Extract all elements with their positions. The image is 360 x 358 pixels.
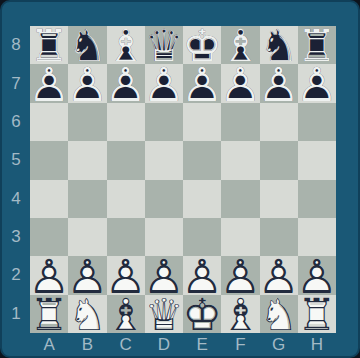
rank-label: 3 <box>2 218 30 256</box>
square-h4[interactable] <box>298 180 336 218</box>
piece-black-pawn[interactable]: ♟♙ <box>298 64 336 102</box>
square-c5[interactable] <box>107 141 145 179</box>
piece-glyph-line: ♙ <box>221 65 259 103</box>
piece-glyph-line: ♔ <box>183 296 221 334</box>
square-e4[interactable] <box>183 180 221 218</box>
square-a6[interactable] <box>30 103 68 141</box>
chess-board[interactable]: ♜♖♞♘♝♗♛♕♚♔♝♗♞♘♜♖♟♙♟♙♟♙♟♙♟♙♟♙♟♙♟♙♟♙♟♙♟♙♟♙… <box>30 26 336 333</box>
piece-glyph-line: ♘ <box>68 296 106 334</box>
piece-black-pawn[interactable]: ♟♙ <box>30 64 68 102</box>
square-g7[interactable]: ♟♙ <box>260 64 298 102</box>
square-f1[interactable]: ♝♗ <box>221 295 259 333</box>
square-a7[interactable]: ♟♙ <box>30 64 68 102</box>
chess-board-frame: 87654321 ABCDEFGH ♜♖♞♘♝♗♛♕♚♔♝♗♞♘♜♖♟♙♟♙♟♙… <box>0 0 360 358</box>
piece-white-bishop[interactable]: ♝♗ <box>107 295 145 333</box>
piece-white-bishop[interactable]: ♝♗ <box>221 295 259 333</box>
piece-black-pawn[interactable]: ♟♙ <box>260 64 298 102</box>
piece-white-king[interactable]: ♚♔ <box>183 295 221 333</box>
piece-glyph-line: ♙ <box>107 65 145 103</box>
piece-glyph-line: ♙ <box>68 65 106 103</box>
square-a5[interactable] <box>30 141 68 179</box>
piece-white-rook[interactable]: ♜♖ <box>298 295 336 333</box>
piece-black-pawn[interactable]: ♟♙ <box>145 64 183 102</box>
rank-label: 4 <box>2 180 30 218</box>
square-h5[interactable] <box>298 141 336 179</box>
square-d4[interactable] <box>145 180 183 218</box>
rank-label: 2 <box>2 256 30 294</box>
square-b4[interactable] <box>68 180 106 218</box>
square-d1[interactable]: ♛♕ <box>145 295 183 333</box>
square-h1[interactable]: ♜♖ <box>298 295 336 333</box>
rank-label: 1 <box>2 295 30 333</box>
rank-label: 8 <box>2 26 30 64</box>
rank-label: 7 <box>2 64 30 102</box>
piece-white-knight[interactable]: ♞♘ <box>260 295 298 333</box>
piece-white-rook[interactable]: ♜♖ <box>30 295 68 333</box>
square-g1[interactable]: ♞♘ <box>260 295 298 333</box>
piece-black-pawn[interactable]: ♟♙ <box>183 64 221 102</box>
square-c7[interactable]: ♟♙ <box>107 64 145 102</box>
square-g5[interactable] <box>260 141 298 179</box>
square-c1[interactable]: ♝♗ <box>107 295 145 333</box>
rank-label: 5 <box>2 141 30 179</box>
square-b1[interactable]: ♞♘ <box>68 295 106 333</box>
rank-label: 6 <box>2 103 30 141</box>
square-a1[interactable]: ♜♖ <box>30 295 68 333</box>
piece-black-pawn[interactable]: ♟♙ <box>107 64 145 102</box>
square-e6[interactable] <box>183 103 221 141</box>
piece-black-pawn[interactable]: ♟♙ <box>221 64 259 102</box>
square-f4[interactable] <box>221 180 259 218</box>
piece-glyph-line: ♖ <box>30 296 68 334</box>
square-c6[interactable] <box>107 103 145 141</box>
square-g4[interactable] <box>260 180 298 218</box>
square-e7[interactable]: ♟♙ <box>183 64 221 102</box>
square-h6[interactable] <box>298 103 336 141</box>
piece-glyph-line: ♙ <box>260 65 298 103</box>
piece-glyph-line: ♙ <box>145 65 183 103</box>
square-b7[interactable]: ♟♙ <box>68 64 106 102</box>
square-h7[interactable]: ♟♙ <box>298 64 336 102</box>
piece-glyph-line: ♕ <box>145 296 183 334</box>
piece-glyph-line: ♙ <box>183 65 221 103</box>
square-c4[interactable] <box>107 180 145 218</box>
square-e5[interactable] <box>183 141 221 179</box>
square-d6[interactable] <box>145 103 183 141</box>
piece-black-pawn[interactable]: ♟♙ <box>68 64 106 102</box>
square-e1[interactable]: ♚♔ <box>183 295 221 333</box>
rank-labels: 87654321 <box>2 26 30 333</box>
piece-glyph-line: ♘ <box>260 296 298 334</box>
square-b6[interactable] <box>68 103 106 141</box>
piece-white-knight[interactable]: ♞♘ <box>68 295 106 333</box>
piece-glyph-line: ♗ <box>107 296 145 334</box>
piece-glyph-line: ♗ <box>221 296 259 334</box>
piece-glyph-line: ♖ <box>298 296 336 334</box>
square-a4[interactable] <box>30 180 68 218</box>
piece-white-queen[interactable]: ♛♕ <box>145 295 183 333</box>
piece-glyph-line: ♙ <box>30 65 68 103</box>
square-f7[interactable]: ♟♙ <box>221 64 259 102</box>
square-f6[interactable] <box>221 103 259 141</box>
square-d7[interactable]: ♟♙ <box>145 64 183 102</box>
piece-glyph-line: ♙ <box>298 65 336 103</box>
square-f5[interactable] <box>221 141 259 179</box>
square-b5[interactable] <box>68 141 106 179</box>
square-d5[interactable] <box>145 141 183 179</box>
square-g6[interactable] <box>260 103 298 141</box>
